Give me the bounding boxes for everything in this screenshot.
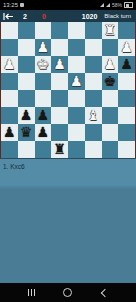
square-h1[interactable] — [118, 141, 135, 158]
square-d5[interactable] — [51, 73, 68, 90]
square-a3[interactable] — [1, 107, 18, 124]
square-h6[interactable]: ♟ — [118, 56, 135, 73]
black-king: ♚ — [104, 73, 117, 90]
square-g7[interactable] — [102, 39, 119, 56]
square-a8[interactable] — [1, 22, 18, 39]
square-d6[interactable]: ♟ — [51, 56, 68, 73]
square-g3[interactable] — [102, 107, 119, 124]
square-g4[interactable] — [102, 90, 119, 107]
square-a4[interactable] — [1, 90, 18, 107]
square-c4[interactable] — [35, 90, 52, 107]
white-pawn: ♟ — [37, 39, 50, 56]
square-e2[interactable] — [68, 124, 85, 141]
square-b6[interactable] — [18, 56, 35, 73]
square-c2[interactable]: ♟ — [35, 124, 52, 141]
chess-board[interactable]: ♜♟♟♟♚♟♟♟♟♚♟♟♝♟♛♟♜ — [0, 22, 136, 158]
square-h7[interactable]: ♟ — [118, 39, 135, 56]
square-g6[interactable]: ♟ — [102, 56, 119, 73]
black-pawn: ♟ — [37, 107, 50, 124]
square-e3[interactable] — [68, 107, 85, 124]
status-bar: 13:25 58% — [0, 0, 136, 10]
square-b2[interactable]: ♛ — [18, 124, 35, 141]
recent-apps-icon[interactable] — [28, 289, 36, 296]
battery-icon — [124, 2, 133, 8]
square-e6[interactable] — [68, 56, 85, 73]
square-g1[interactable] — [102, 141, 119, 158]
square-e8[interactable] — [68, 22, 85, 39]
square-f6[interactable] — [85, 56, 102, 73]
phone-screen: 13:25 58% 2 0 1020 Black turn ♜♟♟♟♚♟♟♟♟♚… — [0, 0, 136, 302]
square-c6[interactable]: ♚ — [35, 56, 52, 73]
black-queen: ♛ — [20, 124, 33, 141]
solved-count: 2 — [23, 13, 27, 20]
white-pawn: ♟ — [104, 56, 117, 73]
square-f5[interactable] — [85, 73, 102, 90]
rating-value: 1020 — [82, 13, 98, 20]
square-g5[interactable]: ♚ — [102, 73, 119, 90]
square-c5[interactable] — [35, 73, 52, 90]
square-e1[interactable] — [68, 141, 85, 158]
square-h8[interactable] — [118, 22, 135, 39]
square-a6[interactable]: ♟ — [1, 56, 18, 73]
square-c1[interactable] — [35, 141, 52, 158]
back-button[interactable] — [3, 12, 14, 21]
app-toolbar: 2 0 1020 Black turn — [0, 10, 136, 22]
move-list: 1. Kxc6 — [0, 159, 136, 170]
square-a5[interactable] — [1, 73, 18, 90]
square-c3[interactable]: ♟ — [35, 107, 52, 124]
square-d2[interactable] — [51, 124, 68, 141]
square-b3[interactable]: ♟ — [18, 107, 35, 124]
square-g2[interactable] — [102, 124, 119, 141]
square-a7[interactable] — [1, 39, 18, 56]
square-b5[interactable] — [18, 73, 35, 90]
square-b8[interactable] — [18, 22, 35, 39]
square-f3[interactable]: ♝ — [85, 107, 102, 124]
square-e5[interactable]: ♟ — [68, 73, 85, 90]
square-c7[interactable]: ♟ — [35, 39, 52, 56]
square-h4[interactable] — [118, 90, 135, 107]
square-a1[interactable] — [1, 141, 18, 158]
back-arrow-icon — [3, 12, 14, 21]
square-f8[interactable] — [85, 22, 102, 39]
square-d4[interactable] — [51, 90, 68, 107]
square-h3[interactable] — [118, 107, 135, 124]
white-king: ♚ — [37, 56, 50, 73]
notification-icon — [20, 3, 24, 7]
square-c8[interactable] — [35, 22, 52, 39]
white-rook: ♜ — [104, 22, 117, 39]
android-nav-bar — [0, 283, 136, 302]
square-f4[interactable] — [85, 90, 102, 107]
signal-icon — [100, 3, 104, 7]
turn-indicator: Black turn — [104, 13, 131, 19]
black-pawn: ♟ — [37, 124, 50, 141]
square-b4[interactable] — [18, 90, 35, 107]
square-f2[interactable] — [85, 124, 102, 141]
black-pawn: ♟ — [120, 56, 133, 73]
back-icon[interactable] — [101, 288, 109, 296]
battery-percent: 58% — [112, 0, 122, 10]
square-d3[interactable] — [51, 107, 68, 124]
square-a2[interactable]: ♟ — [1, 124, 18, 141]
clock-text: 13:25 — [3, 0, 18, 10]
square-d8[interactable] — [51, 22, 68, 39]
solution-panel: 1. Kxc6 — [0, 158, 136, 283]
square-e4[interactable] — [68, 90, 85, 107]
white-bishop: ♝ — [87, 107, 100, 124]
square-b1[interactable] — [18, 141, 35, 158]
black-pawn: ♟ — [3, 124, 16, 141]
white-pawn: ♟ — [120, 39, 133, 56]
square-b7[interactable] — [18, 39, 35, 56]
square-g8[interactable]: ♜ — [102, 22, 119, 39]
failed-count: 0 — [42, 13, 46, 20]
wifi-icon — [106, 3, 110, 7]
white-pawn: ♟ — [70, 73, 83, 90]
square-d7[interactable] — [51, 39, 68, 56]
white-pawn: ♟ — [53, 56, 66, 73]
square-f7[interactable] — [85, 39, 102, 56]
black-pawn: ♟ — [20, 107, 33, 124]
black-rook: ♜ — [53, 141, 66, 158]
square-e7[interactable] — [68, 39, 85, 56]
square-f1[interactable] — [85, 141, 102, 158]
square-h2[interactable] — [118, 124, 135, 141]
square-d1[interactable]: ♜ — [51, 141, 68, 158]
home-icon[interactable] — [63, 288, 72, 297]
white-pawn: ♟ — [3, 56, 16, 73]
square-h5[interactable] — [118, 73, 135, 90]
